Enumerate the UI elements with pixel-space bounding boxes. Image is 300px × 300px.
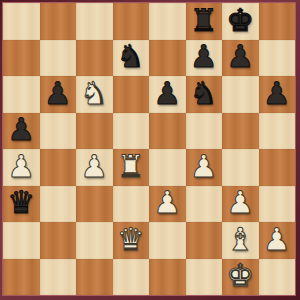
- square-a8[interactable]: [3, 3, 40, 40]
- square-e7[interactable]: [149, 40, 186, 77]
- piece-black-pawn[interactable]: ♟: [190, 41, 218, 72]
- square-a7[interactable]: [3, 40, 40, 77]
- square-h2[interactable]: ♟: [259, 222, 296, 259]
- square-e1[interactable]: [149, 259, 186, 296]
- square-f2[interactable]: [186, 222, 223, 259]
- square-h5[interactable]: [259, 113, 296, 150]
- square-d7[interactable]: ♞: [113, 40, 150, 77]
- piece-black-pawn[interactable]: ♟: [153, 78, 181, 109]
- square-g1[interactable]: ♚: [222, 259, 259, 296]
- square-f3[interactable]: [186, 186, 223, 223]
- square-b7[interactable]: [40, 40, 77, 77]
- square-g6[interactable]: [222, 76, 259, 113]
- square-c1[interactable]: [76, 259, 113, 296]
- square-d3[interactable]: [113, 186, 150, 223]
- square-g5[interactable]: [222, 113, 259, 150]
- square-b2[interactable]: [40, 222, 77, 259]
- square-f4[interactable]: ♟: [186, 149, 223, 186]
- piece-white-rook[interactable]: ♜: [117, 151, 145, 182]
- piece-white-pawn[interactable]: ♟: [80, 151, 108, 182]
- square-a2[interactable]: [3, 222, 40, 259]
- piece-black-pawn[interactable]: ♟: [263, 78, 291, 109]
- square-e8[interactable]: [149, 3, 186, 40]
- square-h8[interactable]: [259, 3, 296, 40]
- square-a5[interactable]: ♟: [3, 113, 40, 150]
- piece-white-knight[interactable]: ♞: [80, 78, 108, 109]
- square-g7[interactable]: ♟: [222, 40, 259, 77]
- square-d1[interactable]: [113, 259, 150, 296]
- square-d8[interactable]: [113, 3, 150, 40]
- square-d6[interactable]: [113, 76, 150, 113]
- square-c5[interactable]: [76, 113, 113, 150]
- square-b8[interactable]: [40, 3, 77, 40]
- piece-white-pawn[interactable]: ♟: [7, 151, 35, 182]
- square-h7[interactable]: [259, 40, 296, 77]
- square-d4[interactable]: ♜: [113, 149, 150, 186]
- square-a1[interactable]: [3, 259, 40, 296]
- square-a6[interactable]: [3, 76, 40, 113]
- square-a4[interactable]: ♟: [3, 149, 40, 186]
- piece-white-queen[interactable]: ♛: [117, 224, 145, 255]
- square-b5[interactable]: [40, 113, 77, 150]
- square-d5[interactable]: [113, 113, 150, 150]
- piece-white-king[interactable]: ♚: [226, 260, 254, 291]
- piece-white-pawn[interactable]: ♟: [190, 151, 218, 182]
- piece-white-pawn[interactable]: ♟: [226, 187, 254, 218]
- square-e6[interactable]: ♟: [149, 76, 186, 113]
- piece-black-knight[interactable]: ♞: [190, 78, 218, 109]
- square-g3[interactable]: ♟: [222, 186, 259, 223]
- square-a3[interactable]: ♛: [3, 186, 40, 223]
- piece-black-queen[interactable]: ♛: [7, 187, 35, 218]
- piece-black-knight[interactable]: ♞: [117, 41, 145, 72]
- chess-board: ♜♚♞♟♟♟♞♟♞♟♟♟♟♜♟♛♟♟♛♝♟♚: [2, 2, 296, 296]
- piece-black-pawn[interactable]: ♟: [226, 41, 254, 72]
- square-h3[interactable]: [259, 186, 296, 223]
- square-e5[interactable]: [149, 113, 186, 150]
- square-f8[interactable]: ♜: [186, 3, 223, 40]
- square-b4[interactable]: [40, 149, 77, 186]
- square-g4[interactable]: [222, 149, 259, 186]
- square-d2[interactable]: ♛: [113, 222, 150, 259]
- square-b1[interactable]: [40, 259, 77, 296]
- piece-black-rook[interactable]: ♜: [190, 5, 218, 36]
- square-f6[interactable]: ♞: [186, 76, 223, 113]
- square-b6[interactable]: ♟: [40, 76, 77, 113]
- square-f5[interactable]: [186, 113, 223, 150]
- square-c8[interactable]: [76, 3, 113, 40]
- square-c4[interactable]: ♟: [76, 149, 113, 186]
- square-h4[interactable]: [259, 149, 296, 186]
- square-f7[interactable]: ♟: [186, 40, 223, 77]
- square-c3[interactable]: [76, 186, 113, 223]
- chess-board-frame: ♜♚♞♟♟♟♞♟♞♟♟♟♟♜♟♛♟♟♛♝♟♚: [0, 0, 300, 300]
- square-b3[interactable]: [40, 186, 77, 223]
- square-e4[interactable]: [149, 149, 186, 186]
- square-c6[interactable]: ♞: [76, 76, 113, 113]
- square-g2[interactable]: ♝: [222, 222, 259, 259]
- piece-black-king[interactable]: ♚: [226, 5, 254, 36]
- piece-white-pawn[interactable]: ♟: [263, 224, 291, 255]
- piece-black-pawn[interactable]: ♟: [7, 114, 35, 145]
- square-e3[interactable]: ♟: [149, 186, 186, 223]
- piece-black-pawn[interactable]: ♟: [44, 78, 72, 109]
- piece-white-pawn[interactable]: ♟: [153, 187, 181, 218]
- piece-white-bishop[interactable]: ♝: [226, 224, 254, 255]
- square-h1[interactable]: [259, 259, 296, 296]
- square-g8[interactable]: ♚: [222, 3, 259, 40]
- square-f1[interactable]: [186, 259, 223, 296]
- square-h6[interactable]: ♟: [259, 76, 296, 113]
- square-c2[interactable]: [76, 222, 113, 259]
- square-c7[interactable]: [76, 40, 113, 77]
- square-e2[interactable]: [149, 222, 186, 259]
